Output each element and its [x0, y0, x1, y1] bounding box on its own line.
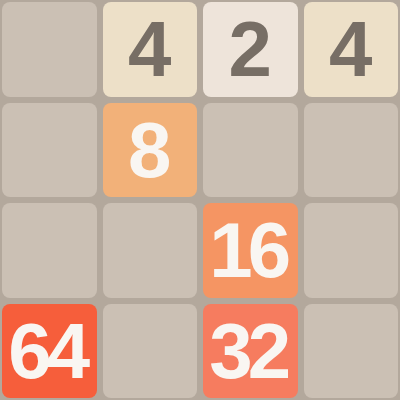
empty-cell-r2c3: [203, 103, 298, 198]
game-board-2048[interactable]: 4248166432: [0, 0, 400, 400]
tile-4-r1c4: 4: [304, 2, 399, 97]
empty-cell-r2c4: [304, 103, 399, 198]
empty-cell-r4c2: [103, 304, 198, 399]
tile-32-r4c3: 32: [203, 304, 298, 399]
tile-64-r4c1: 64: [2, 304, 97, 399]
empty-cell-r4c4: [304, 304, 399, 399]
empty-cell-r3c1: [2, 203, 97, 298]
tile-16-r3c3: 16: [203, 203, 298, 298]
empty-cell-r2c1: [2, 103, 97, 198]
tile-4-r1c2: 4: [103, 2, 198, 97]
tile-2-r1c3: 2: [203, 2, 298, 97]
empty-cell-r3c4: [304, 203, 399, 298]
empty-cell-r1c1: [2, 2, 97, 97]
tile-8-r2c2: 8: [103, 103, 198, 198]
empty-cell-r3c2: [103, 203, 198, 298]
